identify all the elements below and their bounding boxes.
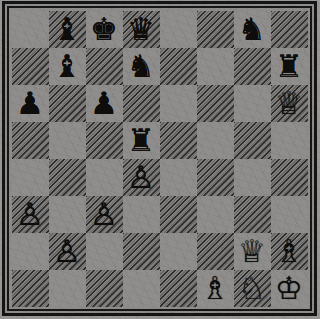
square-g7	[234, 48, 271, 85]
black-knight-icon: ♞	[238, 11, 266, 48]
white-king-icon: ♔	[275, 270, 303, 307]
square-b6	[49, 85, 86, 122]
square-c3: ♙	[86, 196, 123, 233]
square-h5	[271, 122, 308, 159]
black-pawn-icon: ♟	[90, 85, 118, 122]
white-knight-icon: ♘	[238, 270, 266, 307]
square-h8	[271, 11, 308, 48]
square-h7: ♜	[271, 48, 308, 85]
black-pawn-icon: ♟	[16, 85, 44, 122]
square-a7	[12, 48, 49, 85]
black-rook-icon: ♜	[275, 48, 303, 85]
black-knight-icon: ♞	[127, 48, 155, 85]
black-queen-icon: ♛	[127, 11, 155, 48]
square-g6	[234, 85, 271, 122]
square-d8: ♛	[123, 11, 160, 48]
white-queen-icon: ♕	[238, 233, 266, 270]
square-h6: ♕	[271, 85, 308, 122]
square-g1: ♘	[234, 270, 271, 307]
square-c7	[86, 48, 123, 85]
square-a3: ♙	[12, 196, 49, 233]
square-c6: ♟	[86, 85, 123, 122]
black-bishop-icon: ♝	[53, 48, 81, 85]
square-b4	[49, 159, 86, 196]
square-d7: ♞	[123, 48, 160, 85]
square-f7	[197, 48, 234, 85]
square-d2	[123, 233, 160, 270]
square-c4	[86, 159, 123, 196]
white-bishop-icon: ♗	[201, 270, 229, 307]
square-b2: ♙	[49, 233, 86, 270]
square-d4: ♙	[123, 159, 160, 196]
square-e6	[160, 85, 197, 122]
square-g4	[234, 159, 271, 196]
square-f2	[197, 233, 234, 270]
square-e8	[160, 11, 197, 48]
square-a1	[12, 270, 49, 307]
square-e1	[160, 270, 197, 307]
square-b5	[49, 122, 86, 159]
square-g2: ♕	[234, 233, 271, 270]
square-b1	[49, 270, 86, 307]
square-h3	[271, 196, 308, 233]
square-d6	[123, 85, 160, 122]
chess-board: ♝♚♛♞♝♞♜♟♟♕♜♙♙♙♙♕♗♗♘♔	[12, 11, 308, 307]
square-c1	[86, 270, 123, 307]
white-bishop-icon: ♗	[275, 233, 303, 270]
square-e3	[160, 196, 197, 233]
square-b3	[49, 196, 86, 233]
square-f1: ♗	[197, 270, 234, 307]
square-g5	[234, 122, 271, 159]
white-queen-icon: ♕	[275, 85, 303, 122]
square-c5	[86, 122, 123, 159]
square-a6: ♟	[12, 85, 49, 122]
square-h1: ♔	[271, 270, 308, 307]
square-d1	[123, 270, 160, 307]
square-e4	[160, 159, 197, 196]
square-c8: ♚	[86, 11, 123, 48]
diagram-inner-frame: ♝♚♛♞♝♞♜♟♟♕♜♙♙♙♙♕♗♗♘♔	[7, 6, 312, 311]
square-c2	[86, 233, 123, 270]
square-h4	[271, 159, 308, 196]
white-pawn-icon: ♙	[16, 196, 44, 233]
square-a8	[12, 11, 49, 48]
square-a5	[12, 122, 49, 159]
square-e5	[160, 122, 197, 159]
square-f6	[197, 85, 234, 122]
diagram-outer-frame: ♝♚♛♞♝♞♜♟♟♕♜♙♙♙♙♕♗♗♘♔	[2, 1, 317, 316]
square-f3	[197, 196, 234, 233]
square-g3	[234, 196, 271, 233]
square-e2	[160, 233, 197, 270]
square-a2	[12, 233, 49, 270]
square-f5	[197, 122, 234, 159]
square-f4	[197, 159, 234, 196]
square-h2: ♗	[271, 233, 308, 270]
square-b7: ♝	[49, 48, 86, 85]
square-a4	[12, 159, 49, 196]
square-d3	[123, 196, 160, 233]
black-king-icon: ♚	[90, 11, 118, 48]
white-pawn-icon: ♙	[90, 196, 118, 233]
square-e7	[160, 48, 197, 85]
square-g8: ♞	[234, 11, 271, 48]
square-b8: ♝	[49, 11, 86, 48]
square-f8	[197, 11, 234, 48]
white-pawn-icon: ♙	[53, 233, 81, 270]
square-d5: ♜	[123, 122, 160, 159]
black-rook-icon: ♜	[127, 122, 155, 159]
white-pawn-icon: ♙	[127, 159, 155, 196]
black-bishop-icon: ♝	[53, 11, 81, 48]
